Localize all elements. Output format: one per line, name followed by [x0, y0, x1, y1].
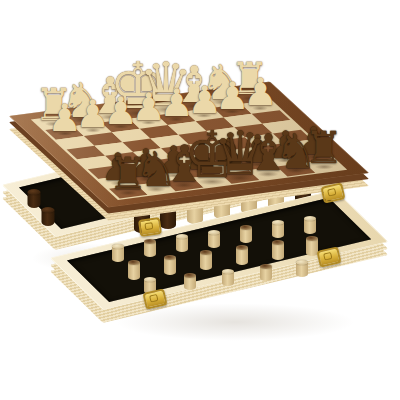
chess-set-product-photo: ♜♞♝♚♛♝♞♜♟♟♟♟♟♟♟♟♟♟♟♟♟♟♟♟♜♞♝♚♛♝♞♜ — [0, 0, 400, 400]
